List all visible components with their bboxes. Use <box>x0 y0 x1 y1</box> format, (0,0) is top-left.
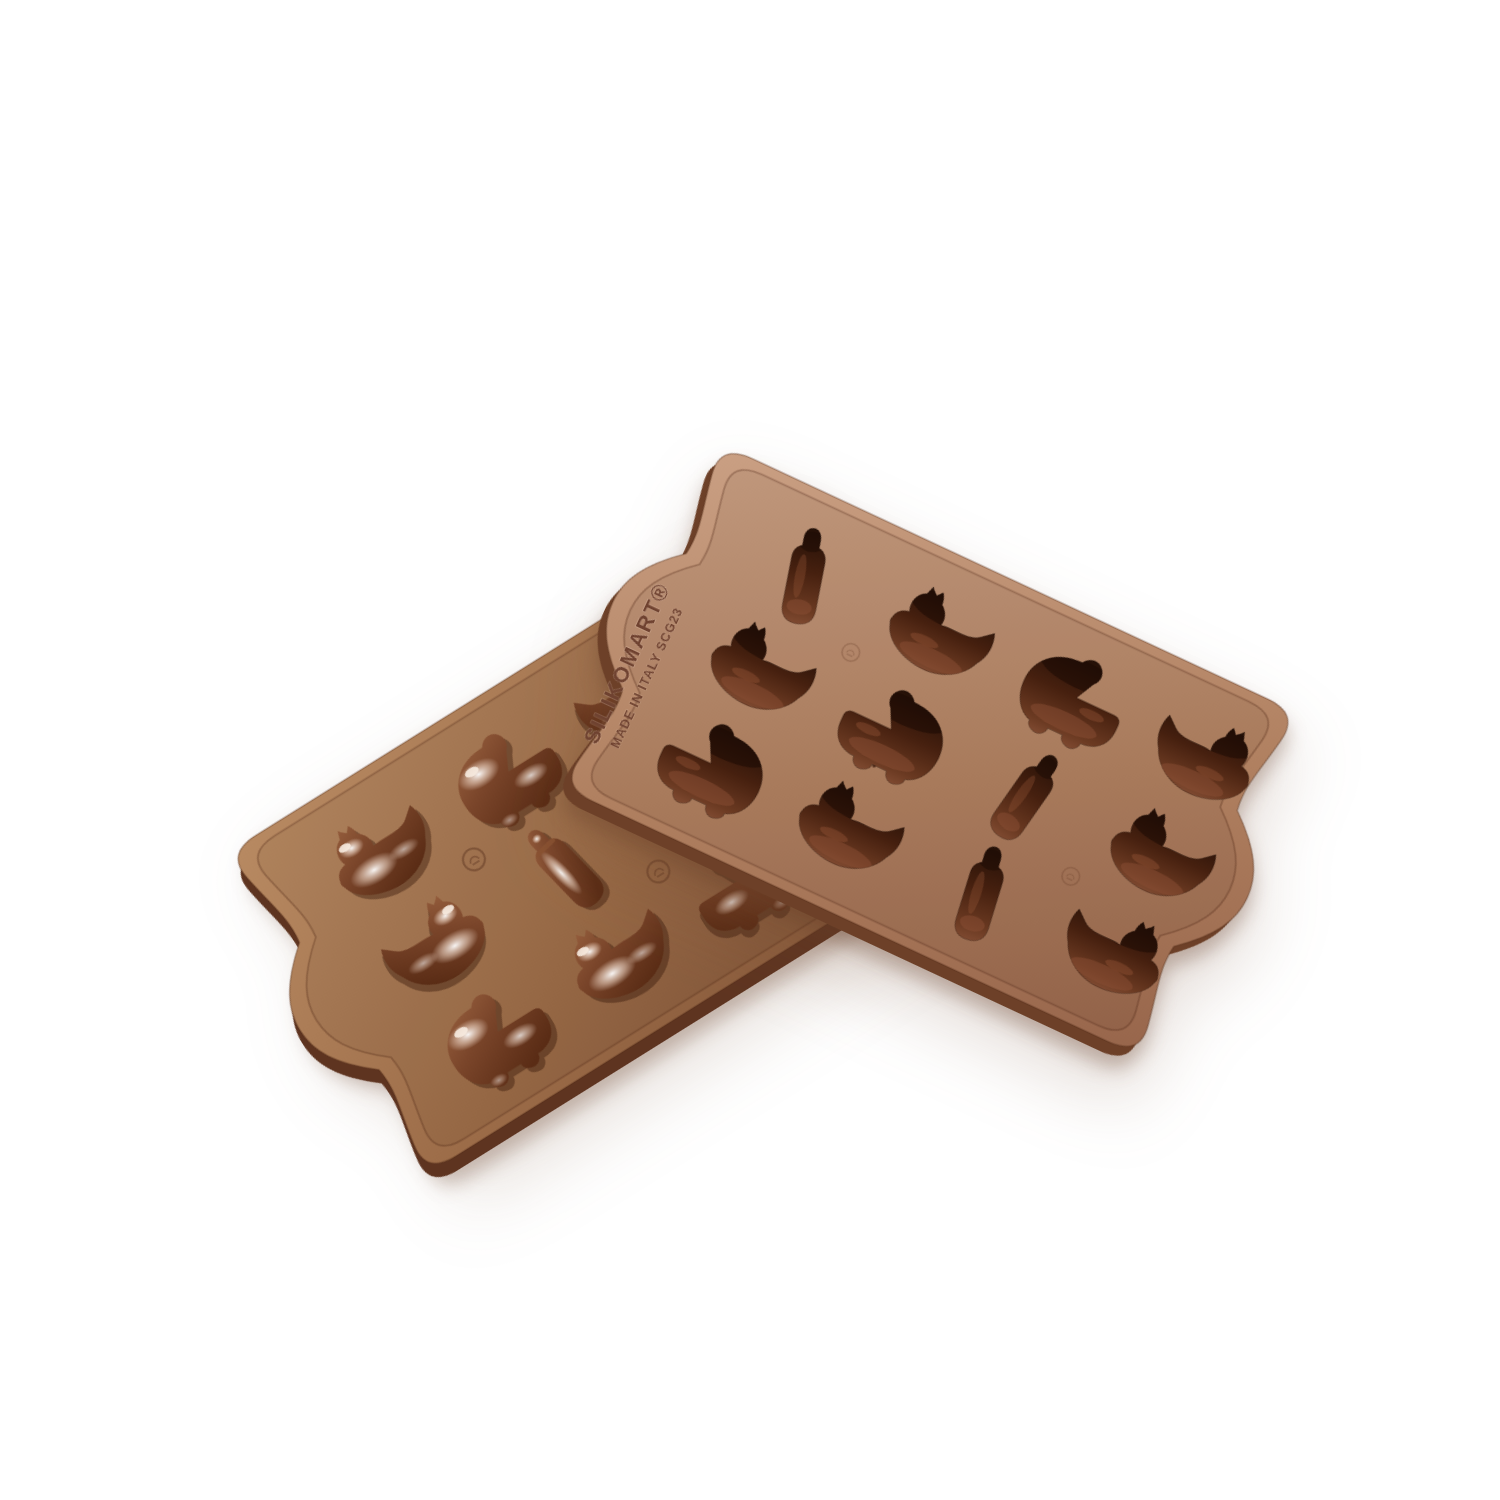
product-photo-stage: SILIKOMART® MADE IN ITALY SCG23 <box>0 0 1500 1500</box>
